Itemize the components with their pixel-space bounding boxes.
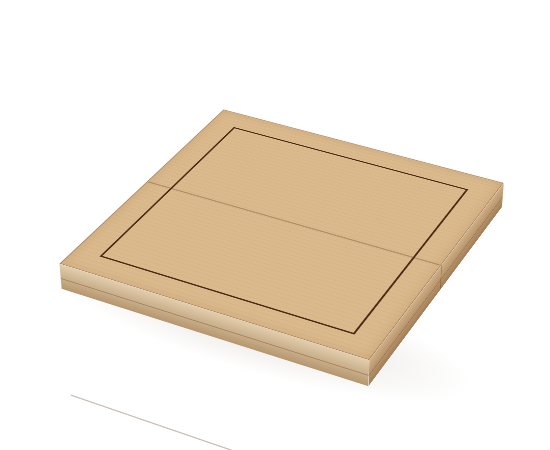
board-lid-seam-front: [71, 394, 365, 450]
board-fold-seam-side: [440, 264, 442, 290]
product-photo-scene: [0, 0, 550, 450]
